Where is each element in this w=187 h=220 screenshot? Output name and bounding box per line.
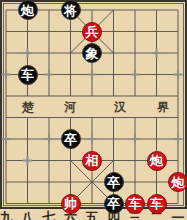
piece-red-elephant[interactable]: 相: [82, 151, 102, 171]
river-label: 界: [157, 98, 169, 115]
piece-black-soldier[interactable]: 卒: [104, 194, 124, 214]
piece-black-cannon[interactable]: 炮: [18, 0, 38, 20]
piece-red-chariot[interactable]: 车: [147, 194, 167, 214]
file-label: 八: [21, 209, 34, 220]
piece-red-soldier[interactable]: 兵: [82, 22, 102, 42]
river-label: 河: [64, 98, 76, 115]
piece-red-cannon[interactable]: 炮: [168, 172, 187, 192]
file-label: 五: [86, 209, 99, 220]
piece-black-chariot[interactable]: 车: [18, 65, 38, 85]
piece-red-chariot[interactable]: 车: [125, 194, 145, 214]
piece-black-soldier[interactable]: 卒: [104, 172, 124, 192]
river-label: 汉: [114, 98, 126, 115]
xiangqi-board: 炮将兵象车卒相炮卒炮帅卒车车 楚河汉界 九八七六五四三二一: [0, 0, 187, 220]
piece-red-cannon[interactable]: 炮: [147, 151, 167, 171]
file-label: 七: [43, 209, 56, 220]
piece-black-general[interactable]: 将: [61, 0, 81, 20]
piece-black-elephant[interactable]: 象: [82, 43, 102, 63]
file-label: 一: [172, 209, 185, 220]
piece-black-soldier[interactable]: 卒: [61, 129, 81, 149]
file-label: 九: [0, 209, 13, 220]
piece-red-general[interactable]: 帅: [61, 194, 81, 214]
river-label: 楚: [22, 98, 34, 115]
